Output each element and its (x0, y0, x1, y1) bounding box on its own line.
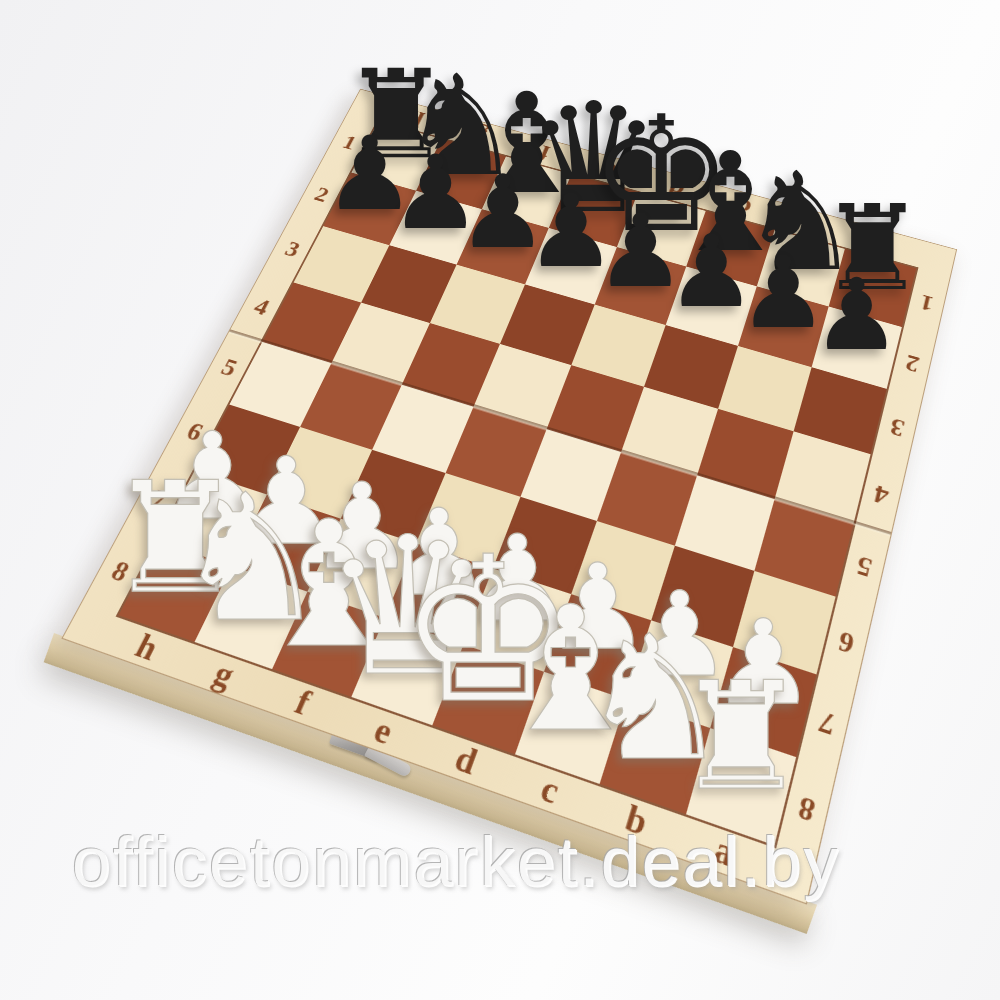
file-label-c: c (536, 768, 564, 814)
photo-background: 11hh22gg33ff44ee55dd66cc77bb88aa ♜♞♝♛♚♝♞… (0, 0, 1000, 1000)
rank-label-4: 4 (871, 478, 891, 510)
file-label-b: b (620, 797, 652, 845)
file-label-g: g (207, 654, 240, 697)
rank-label-3: 3 (888, 412, 908, 442)
rank-label-7: 7 (816, 703, 839, 741)
rank-label-5: 5 (217, 353, 242, 382)
rank-label-6: 6 (835, 624, 857, 660)
file-label-f: f (289, 682, 316, 724)
rank-label-5: 5 (854, 549, 875, 583)
piece-wR-a8[interactable]: ♜ (674, 662, 808, 811)
file-label-a: a (710, 828, 739, 876)
rank-label-3: 3 (281, 236, 304, 262)
rank-label-4: 4 (250, 293, 274, 320)
piece-bP-a2[interactable]: ♟ (812, 265, 901, 364)
file-label-h: h (129, 627, 164, 669)
rank-label-2: 2 (903, 349, 922, 377)
